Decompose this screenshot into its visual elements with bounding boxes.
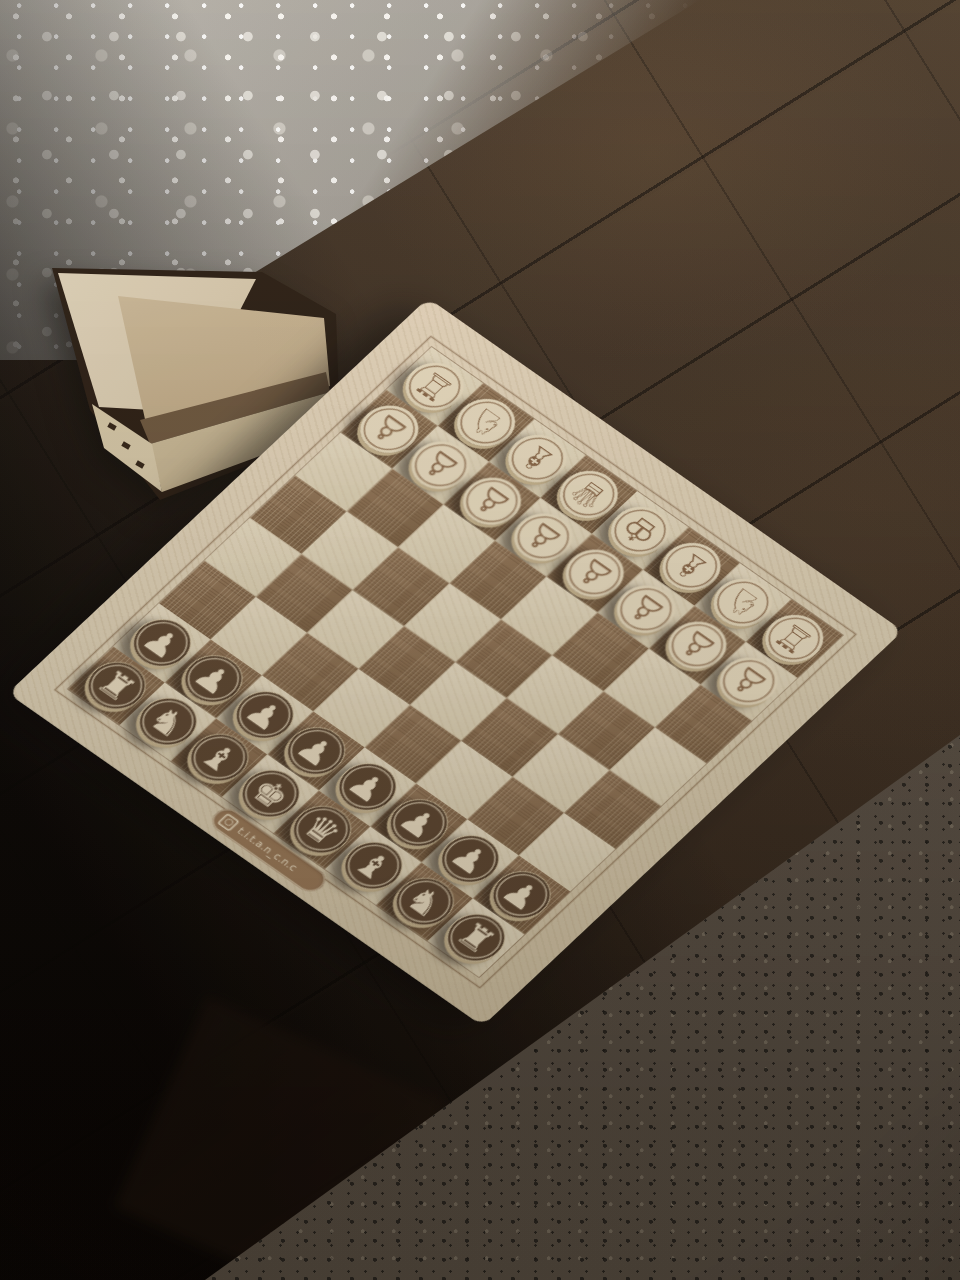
bishop-glyph: ♗ — [511, 437, 564, 480]
bishop-glyph: ♝ — [193, 736, 246, 779]
pawn-glyph: ♟ — [393, 801, 446, 844]
rook-glyph: ♖ — [768, 617, 821, 660]
king-glyph: ♚ — [244, 772, 297, 815]
knight-glyph: ♞ — [398, 880, 451, 923]
pawn-glyph: ♙ — [363, 408, 416, 451]
queen-glyph: ♛ — [296, 808, 349, 851]
pawn-glyph: ♟ — [290, 729, 343, 772]
pawn-glyph: ♙ — [517, 516, 570, 559]
pawn-glyph: ♙ — [414, 444, 467, 487]
pawn-glyph: ♟ — [444, 837, 497, 880]
knight-glyph: ♘ — [717, 581, 770, 624]
king-glyph: ♔ — [614, 509, 667, 552]
pawn-glyph: ♟ — [495, 873, 548, 916]
pawn-glyph: ♟ — [187, 657, 240, 700]
knight-glyph: ♘ — [460, 401, 513, 444]
pawn-glyph: ♟ — [341, 765, 394, 808]
pawn-glyph: ♙ — [671, 624, 724, 667]
instagram-icon — [217, 813, 240, 832]
pawn-glyph: ♙ — [466, 480, 519, 523]
rook-glyph: ♖ — [408, 365, 461, 408]
pawn-glyph: ♙ — [722, 660, 775, 703]
pawn-glyph: ♟ — [136, 621, 189, 664]
queen-glyph: ♕ — [562, 473, 615, 516]
pawn-glyph: ♟ — [238, 693, 291, 736]
pawn-glyph: ♙ — [620, 588, 673, 631]
rook-glyph: ♜ — [450, 916, 503, 959]
rook-glyph: ♜ — [90, 664, 143, 707]
bishop-glyph: ♝ — [347, 844, 400, 887]
photo-scene: ♖♘♗♕♔♗♘♖♙♙♙♙♙♙♙♙♟♟♟♟♟♟♟♟♜♞♝♚♛♝♞♜ t.i.t.a… — [0, 0, 960, 1280]
bishop-glyph: ♗ — [665, 545, 718, 588]
knight-glyph: ♞ — [142, 700, 195, 743]
pawn-glyph: ♙ — [568, 552, 621, 595]
